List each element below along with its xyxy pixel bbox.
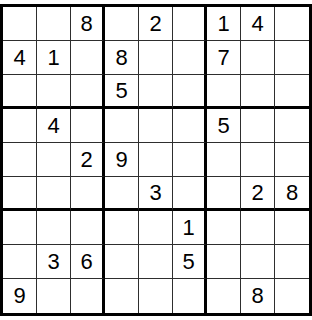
sudoku-board: 8214418754529328136598 [0,4,312,316]
sudoku-cell-empty-r8c5[interactable] [139,245,173,279]
sudoku-cell-given-r1c3: 8 [71,7,105,41]
sudoku-cell-empty-r7c4[interactable] [105,211,139,245]
sudoku-cell-empty-r3c8[interactable] [241,75,275,109]
sudoku-cell-empty-r3c5[interactable] [139,75,173,109]
sudoku-cell-given-r2c1: 4 [3,41,37,75]
sudoku-cell-given-r5c3: 2 [71,143,105,177]
sudoku-cell-empty-r1c9[interactable] [275,7,309,41]
sudoku-cell-empty-r4c8[interactable] [241,109,275,143]
sudoku-cell-given-r6c8: 2 [241,177,275,211]
sudoku-cell-given-r6c5: 3 [139,177,173,211]
sudoku-cell-empty-r7c1[interactable] [3,211,37,245]
sudoku-cell-empty-r1c1[interactable] [3,7,37,41]
sudoku-cell-empty-r8c1[interactable] [3,245,37,279]
sudoku-cell-empty-r3c7[interactable] [207,75,241,109]
sudoku-cell-given-r3c4: 5 [105,75,139,109]
sudoku-cell-empty-r7c2[interactable] [37,211,71,245]
sudoku-cell-empty-r2c9[interactable] [275,41,309,75]
sudoku-cell-empty-r9c6[interactable] [173,279,207,313]
sudoku-cell-empty-r9c7[interactable] [207,279,241,313]
sudoku-cell-empty-r8c9[interactable] [275,245,309,279]
sudoku-cell-empty-r9c3[interactable] [71,279,105,313]
sudoku-cell-empty-r7c7[interactable] [207,211,241,245]
sudoku-cell-empty-r1c4[interactable] [105,7,139,41]
sudoku-cell-empty-r2c5[interactable] [139,41,173,75]
sudoku-cell-empty-r3c3[interactable] [71,75,105,109]
sudoku-cell-empty-r8c4[interactable] [105,245,139,279]
sudoku-cell-empty-r9c5[interactable] [139,279,173,313]
sudoku-cell-empty-r5c6[interactable] [173,143,207,177]
sudoku-cell-empty-r7c9[interactable] [275,211,309,245]
sudoku-cell-given-r1c5: 2 [139,7,173,41]
sudoku-cell-given-r9c1: 9 [3,279,37,313]
sudoku-cell-given-r8c6: 5 [173,245,207,279]
sudoku-cell-empty-r2c3[interactable] [71,41,105,75]
sudoku-cell-empty-r6c4[interactable] [105,177,139,211]
sudoku-cell-empty-r5c7[interactable] [207,143,241,177]
sudoku-cell-empty-r7c3[interactable] [71,211,105,245]
sudoku-cell-empty-r5c9[interactable] [275,143,309,177]
sudoku-cell-given-r7c6: 1 [173,211,207,245]
sudoku-cell-empty-r4c1[interactable] [3,109,37,143]
sudoku-cell-empty-r4c4[interactable] [105,109,139,143]
sudoku-cell-empty-r2c8[interactable] [241,41,275,75]
sudoku-cell-given-r2c7: 7 [207,41,241,75]
sudoku-cell-empty-r2c6[interactable] [173,41,207,75]
sudoku-cell-empty-r4c9[interactable] [275,109,309,143]
sudoku-cell-empty-r9c4[interactable] [105,279,139,313]
sudoku-cell-empty-r6c3[interactable] [71,177,105,211]
sudoku-cell-given-r2c2: 1 [37,41,71,75]
sudoku-cell-given-r9c8: 8 [241,279,275,313]
sudoku-cell-given-r5c4: 9 [105,143,139,177]
sudoku-page: 8214418754529328136598 [0,0,312,320]
sudoku-cell-given-r6c9: 8 [275,177,309,211]
sudoku-cell-given-r1c8: 4 [241,7,275,41]
sudoku-cell-given-r2c4: 8 [105,41,139,75]
sudoku-cell-given-r4c2: 4 [37,109,71,143]
sudoku-cell-empty-r8c8[interactable] [241,245,275,279]
sudoku-cell-empty-r8c7[interactable] [207,245,241,279]
sudoku-cell-given-r8c3: 6 [71,245,105,279]
sudoku-cell-empty-r3c1[interactable] [3,75,37,109]
sudoku-cell-empty-r5c2[interactable] [37,143,71,177]
sudoku-cell-empty-r9c2[interactable] [37,279,71,313]
sudoku-cell-given-r4c7: 5 [207,109,241,143]
sudoku-cell-empty-r7c8[interactable] [241,211,275,245]
sudoku-cell-given-r8c2: 3 [37,245,71,279]
sudoku-cell-given-r1c7: 1 [207,7,241,41]
sudoku-cell-empty-r4c5[interactable] [139,109,173,143]
sudoku-cell-empty-r4c6[interactable] [173,109,207,143]
sudoku-cell-empty-r7c5[interactable] [139,211,173,245]
sudoku-cell-empty-r5c8[interactable] [241,143,275,177]
sudoku-cell-empty-r1c6[interactable] [173,7,207,41]
sudoku-cell-empty-r9c9[interactable] [275,279,309,313]
sudoku-cell-empty-r6c1[interactable] [3,177,37,211]
sudoku-cell-empty-r3c6[interactable] [173,75,207,109]
sudoku-cell-empty-r5c1[interactable] [3,143,37,177]
sudoku-cell-empty-r6c2[interactable] [37,177,71,211]
sudoku-cell-empty-r5c5[interactable] [139,143,173,177]
sudoku-cell-empty-r4c3[interactable] [71,109,105,143]
sudoku-cell-empty-r6c6[interactable] [173,177,207,211]
sudoku-cell-empty-r3c2[interactable] [37,75,71,109]
sudoku-cell-empty-r6c7[interactable] [207,177,241,211]
sudoku-cell-empty-r3c9[interactable] [275,75,309,109]
sudoku-cell-empty-r1c2[interactable] [37,7,71,41]
